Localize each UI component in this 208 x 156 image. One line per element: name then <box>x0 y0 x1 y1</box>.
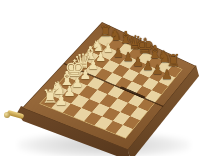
chess-set-product-photo: ♜♞♝♛♚♝♞♜♞♟♟♟♟♟♟♟♝♟♛♟♚♟♝♟♞♟♜♟ <box>0 0 208 156</box>
chess-board <box>22 22 196 150</box>
brass-latch-knob <box>4 112 10 118</box>
